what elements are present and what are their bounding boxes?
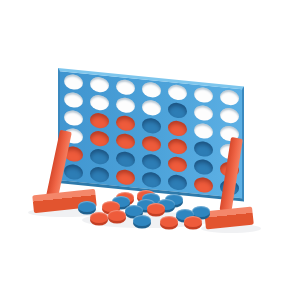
board-grid (58, 68, 244, 202)
cell-r6c2 (86, 165, 112, 186)
disc-pile-shadow (82, 212, 212, 228)
blue-disc (142, 172, 161, 189)
red-disc (90, 112, 109, 129)
red-disc (168, 120, 187, 137)
red-disc (168, 138, 187, 155)
blue-disc (194, 141, 213, 158)
empty-hole (142, 81, 161, 98)
red-disc (116, 133, 135, 150)
cell-r6c5 (164, 172, 190, 193)
blue-disc (90, 148, 109, 165)
loose-disc-blue (142, 193, 160, 204)
red-disc (116, 169, 135, 186)
blue-disc (64, 164, 83, 181)
empty-hole (194, 122, 213, 139)
blue-disc (168, 174, 187, 191)
loose-disc-blue (157, 199, 175, 210)
red-disc (90, 130, 109, 147)
red-disc (142, 135, 161, 152)
blue-disc (116, 151, 135, 168)
empty-hole (64, 73, 83, 90)
blue-disc (194, 159, 213, 176)
empty-hole (64, 91, 83, 108)
empty-hole (168, 84, 187, 101)
red-disc (116, 115, 135, 132)
empty-hole (90, 94, 109, 111)
loose-disc-red (102, 201, 120, 212)
empty-hole (194, 86, 213, 103)
red-disc (168, 156, 187, 173)
red-disc (194, 177, 213, 194)
blue-disc (142, 117, 161, 134)
loose-disc-blue (137, 199, 155, 210)
empty-hole (64, 109, 83, 126)
cell-r6c6 (190, 175, 216, 196)
empty-hole (142, 99, 161, 116)
loose-disc-blue (112, 196, 130, 207)
connect-four-product-photo (0, 0, 300, 300)
empty-hole (220, 89, 239, 106)
empty-hole (220, 107, 239, 124)
empty-hole (116, 78, 135, 95)
blue-disc (168, 102, 187, 119)
blue-disc (90, 167, 109, 184)
cell-r6c3 (112, 167, 138, 188)
empty-hole (116, 96, 135, 113)
cell-r6c4 (138, 170, 164, 191)
empty-hole (90, 76, 109, 93)
blue-disc (142, 154, 161, 171)
loose-disc-red (116, 192, 134, 203)
empty-hole (194, 104, 213, 121)
